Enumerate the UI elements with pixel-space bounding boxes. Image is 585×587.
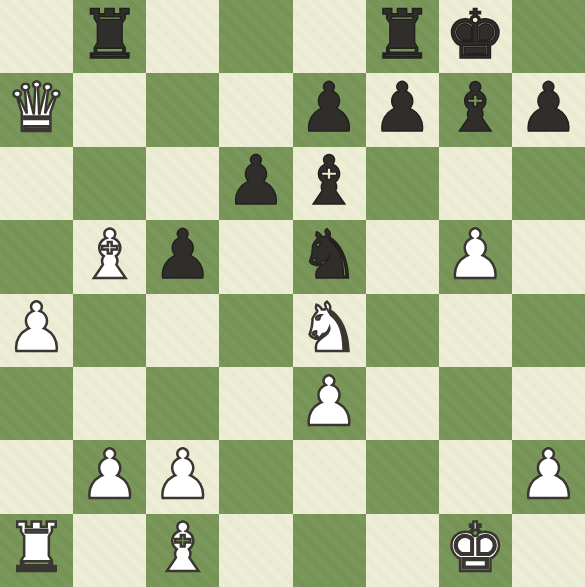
square-c1[interactable]: ♝ (146, 514, 219, 587)
square-b3[interactable] (73, 367, 146, 440)
black-bishop[interactable]: ♝ (445, 74, 506, 142)
square-d8[interactable] (219, 0, 292, 73)
square-d6[interactable]: ♟ (219, 147, 292, 220)
square-b8[interactable]: ♜ (73, 0, 146, 73)
white-pawn[interactable]: ♟ (79, 441, 140, 509)
square-c5[interactable]: ♟ (146, 220, 219, 293)
square-c7[interactable] (146, 73, 219, 146)
black-pawn[interactable]: ♟ (518, 74, 579, 142)
black-pawn[interactable]: ♟ (372, 74, 433, 142)
square-a1[interactable]: ♜ (0, 514, 73, 587)
white-king[interactable]: ♚ (445, 514, 506, 582)
square-h3[interactable] (512, 367, 585, 440)
square-a6[interactable] (0, 147, 73, 220)
square-h8[interactable] (512, 0, 585, 73)
square-h1[interactable] (512, 514, 585, 587)
square-g2[interactable] (439, 440, 512, 513)
black-rook[interactable]: ♜ (372, 1, 433, 69)
square-b5[interactable]: ♝ (73, 220, 146, 293)
square-d7[interactable] (219, 73, 292, 146)
square-a7[interactable]: ♛ (0, 73, 73, 146)
white-bishop[interactable]: ♝ (79, 221, 140, 289)
square-c8[interactable] (146, 0, 219, 73)
square-g5[interactable]: ♟ (439, 220, 512, 293)
square-g4[interactable] (439, 294, 512, 367)
square-e4[interactable]: ♞ (293, 294, 366, 367)
square-a4[interactable]: ♟ (0, 294, 73, 367)
square-g3[interactable] (439, 367, 512, 440)
white-pawn[interactable]: ♟ (518, 441, 579, 509)
square-g1[interactable]: ♚ (439, 514, 512, 587)
square-c4[interactable] (146, 294, 219, 367)
square-a3[interactable] (0, 367, 73, 440)
black-rook[interactable]: ♜ (79, 1, 140, 69)
square-b1[interactable] (73, 514, 146, 587)
square-c2[interactable]: ♟ (146, 440, 219, 513)
square-c3[interactable] (146, 367, 219, 440)
square-f4[interactable] (366, 294, 439, 367)
square-a5[interactable] (0, 220, 73, 293)
square-e8[interactable] (293, 0, 366, 73)
white-pawn[interactable]: ♟ (299, 368, 360, 436)
square-h7[interactable]: ♟ (512, 73, 585, 146)
square-d4[interactable] (219, 294, 292, 367)
square-e2[interactable] (293, 440, 366, 513)
black-knight[interactable]: ♞ (299, 221, 360, 289)
square-g8[interactable]: ♚ (439, 0, 512, 73)
white-rook[interactable]: ♜ (6, 514, 67, 582)
square-b4[interactable] (73, 294, 146, 367)
square-e3[interactable]: ♟ (293, 367, 366, 440)
square-b7[interactable] (73, 73, 146, 146)
white-knight[interactable]: ♞ (299, 294, 360, 362)
square-f6[interactable] (366, 147, 439, 220)
white-pawn[interactable]: ♟ (152, 441, 213, 509)
square-h5[interactable] (512, 220, 585, 293)
square-e5[interactable]: ♞ (293, 220, 366, 293)
square-h2[interactable]: ♟ (512, 440, 585, 513)
square-g7[interactable]: ♝ (439, 73, 512, 146)
square-f3[interactable] (366, 367, 439, 440)
square-b2[interactable]: ♟ (73, 440, 146, 513)
square-a2[interactable] (0, 440, 73, 513)
square-d2[interactable] (219, 440, 292, 513)
white-pawn[interactable]: ♟ (445, 221, 506, 289)
square-e7[interactable]: ♟ (293, 73, 366, 146)
black-pawn[interactable]: ♟ (299, 74, 360, 142)
square-g6[interactable] (439, 147, 512, 220)
square-e6[interactable]: ♝ (293, 147, 366, 220)
square-h4[interactable] (512, 294, 585, 367)
square-f7[interactable]: ♟ (366, 73, 439, 146)
black-bishop[interactable]: ♝ (299, 147, 360, 215)
square-d5[interactable] (219, 220, 292, 293)
black-pawn[interactable]: ♟ (225, 147, 286, 215)
black-pawn[interactable]: ♟ (152, 221, 213, 289)
chess-board: ♜♜♚♛♟♟♝♟♟♝♝♟♞♟♟♞♟♟♟♟♜♝♚ (0, 0, 585, 587)
square-a8[interactable] (0, 0, 73, 73)
square-f8[interactable]: ♜ (366, 0, 439, 73)
square-h6[interactable] (512, 147, 585, 220)
square-f2[interactable] (366, 440, 439, 513)
square-b6[interactable] (73, 147, 146, 220)
square-e1[interactable] (293, 514, 366, 587)
square-f5[interactable] (366, 220, 439, 293)
white-queen[interactable]: ♛ (6, 74, 67, 142)
white-pawn[interactable]: ♟ (6, 294, 67, 362)
square-c6[interactable] (146, 147, 219, 220)
square-f1[interactable] (366, 514, 439, 587)
black-king[interactable]: ♚ (445, 1, 506, 69)
square-d1[interactable] (219, 514, 292, 587)
white-bishop[interactable]: ♝ (152, 514, 213, 582)
square-d3[interactable] (219, 367, 292, 440)
